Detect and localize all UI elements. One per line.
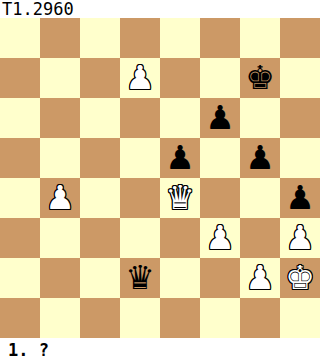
square-c5[interactable] xyxy=(80,138,120,178)
square-e4[interactable]: ♛ xyxy=(160,178,200,218)
black-pawn: ♟ xyxy=(205,98,235,138)
square-c4[interactable] xyxy=(80,178,120,218)
square-d2[interactable]: ♛ xyxy=(120,258,160,298)
square-e2[interactable] xyxy=(160,258,200,298)
chess-puzzle-app: T1.2960 ♟♚♟♟♟♟♛♟♟♟♛♟♚ 1. ? xyxy=(0,0,320,359)
square-f2[interactable] xyxy=(200,258,240,298)
square-d7[interactable]: ♟ xyxy=(120,58,160,98)
square-a7[interactable] xyxy=(0,58,40,98)
square-g3[interactable] xyxy=(240,218,280,258)
square-b3[interactable] xyxy=(40,218,80,258)
square-e8[interactable] xyxy=(160,18,200,58)
square-g4[interactable] xyxy=(240,178,280,218)
square-g8[interactable] xyxy=(240,18,280,58)
square-b6[interactable] xyxy=(40,98,80,138)
square-h4[interactable]: ♟ xyxy=(280,178,320,218)
square-h5[interactable] xyxy=(280,138,320,178)
square-a3[interactable] xyxy=(0,218,40,258)
square-h8[interactable] xyxy=(280,18,320,58)
black-pawn: ♟ xyxy=(285,178,315,218)
square-h1[interactable] xyxy=(280,298,320,338)
square-b8[interactable] xyxy=(40,18,80,58)
square-h7[interactable] xyxy=(280,58,320,98)
square-a5[interactable] xyxy=(0,138,40,178)
square-b4[interactable]: ♟ xyxy=(40,178,80,218)
square-h6[interactable] xyxy=(280,98,320,138)
square-a6[interactable] xyxy=(0,98,40,138)
square-f4[interactable] xyxy=(200,178,240,218)
white-pawn: ♟ xyxy=(205,218,235,258)
square-d5[interactable] xyxy=(120,138,160,178)
square-c8[interactable] xyxy=(80,18,120,58)
square-h3[interactable]: ♟ xyxy=(280,218,320,258)
square-d4[interactable] xyxy=(120,178,160,218)
move-prompt: 1. ? xyxy=(0,338,320,359)
puzzle-id: T1.2960 xyxy=(0,0,320,18)
square-c6[interactable] xyxy=(80,98,120,138)
square-e1[interactable] xyxy=(160,298,200,338)
black-pawn: ♟ xyxy=(165,138,195,178)
square-a1[interactable] xyxy=(0,298,40,338)
white-pawn: ♟ xyxy=(45,178,75,218)
chess-board: ♟♚♟♟♟♟♛♟♟♟♛♟♚ xyxy=(0,18,320,338)
square-c2[interactable] xyxy=(80,258,120,298)
square-b2[interactable] xyxy=(40,258,80,298)
square-d3[interactable] xyxy=(120,218,160,258)
square-e7[interactable] xyxy=(160,58,200,98)
square-e3[interactable] xyxy=(160,218,200,258)
square-g1[interactable] xyxy=(240,298,280,338)
white-pawn: ♟ xyxy=(285,218,315,258)
square-b7[interactable] xyxy=(40,58,80,98)
white-queen: ♛ xyxy=(165,178,195,218)
square-b5[interactable] xyxy=(40,138,80,178)
black-queen: ♛ xyxy=(125,258,155,298)
square-d1[interactable] xyxy=(120,298,160,338)
square-d6[interactable] xyxy=(120,98,160,138)
white-king: ♚ xyxy=(285,258,315,298)
square-c1[interactable] xyxy=(80,298,120,338)
square-g7[interactable]: ♚ xyxy=(240,58,280,98)
square-a8[interactable] xyxy=(0,18,40,58)
square-f8[interactable] xyxy=(200,18,240,58)
black-pawn: ♟ xyxy=(245,138,275,178)
square-g6[interactable] xyxy=(240,98,280,138)
square-b1[interactable] xyxy=(40,298,80,338)
square-f7[interactable] xyxy=(200,58,240,98)
square-a2[interactable] xyxy=(0,258,40,298)
square-g2[interactable]: ♟ xyxy=(240,258,280,298)
white-pawn: ♟ xyxy=(245,258,275,298)
square-d8[interactable] xyxy=(120,18,160,58)
square-e5[interactable]: ♟ xyxy=(160,138,200,178)
black-king: ♚ xyxy=(245,58,275,98)
square-f5[interactable] xyxy=(200,138,240,178)
square-c7[interactable] xyxy=(80,58,120,98)
square-g5[interactable]: ♟ xyxy=(240,138,280,178)
square-a4[interactable] xyxy=(0,178,40,218)
square-f6[interactable]: ♟ xyxy=(200,98,240,138)
square-f1[interactable] xyxy=(200,298,240,338)
square-h2[interactable]: ♚ xyxy=(280,258,320,298)
white-pawn: ♟ xyxy=(125,58,155,98)
square-c3[interactable] xyxy=(80,218,120,258)
square-f3[interactable]: ♟ xyxy=(200,218,240,258)
square-e6[interactable] xyxy=(160,98,200,138)
